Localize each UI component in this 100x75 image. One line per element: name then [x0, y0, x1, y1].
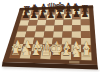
brand-stamp — [69, 61, 79, 64]
chess-board — [0, 0, 100, 75]
chess-set-photo: ♜♞♝♛♚♝♞♜♟♟♟♟♟♟♟♟♟♟♟♟♟♟♟♟♜♞♝♛♚♝♞♜ — [0, 0, 100, 75]
